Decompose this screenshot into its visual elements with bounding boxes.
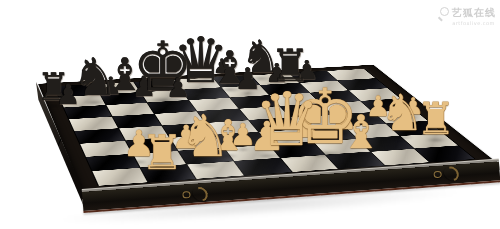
- watermark: 艺狐在线: [438, 7, 496, 18]
- watermark-brand: 艺狐在线: [452, 8, 496, 18]
- magnifier-icon: [438, 7, 449, 18]
- auction-photo: 艺狐在线 artfoxlive.com ♟♞♟♟♜♝♛♟♝♟♟♚♟♞♜♟♟♟♟♞…: [0, 0, 500, 229]
- clasp-hook-icon: [441, 164, 462, 184]
- square: [92, 168, 147, 186]
- brass-clasp-front: [182, 187, 211, 200]
- clasp-eye-icon: [433, 171, 441, 179]
- chess-set-scene: ♟♞♟♟♜♝♛♟♝♟♟♚♟♞♜♟♟♟♟♞♜♟♟♟♚♝♟♛♝♟♞♜: [0, 0, 500, 229]
- square: [140, 165, 195, 183]
- watermark-domain: artfoxlive.com: [452, 20, 495, 26]
- clasp-hook-icon: [190, 184, 211, 204]
- brass-clasp-right: [433, 166, 462, 179]
- square: [188, 161, 244, 178]
- clasp-eye-icon: [182, 191, 190, 199]
